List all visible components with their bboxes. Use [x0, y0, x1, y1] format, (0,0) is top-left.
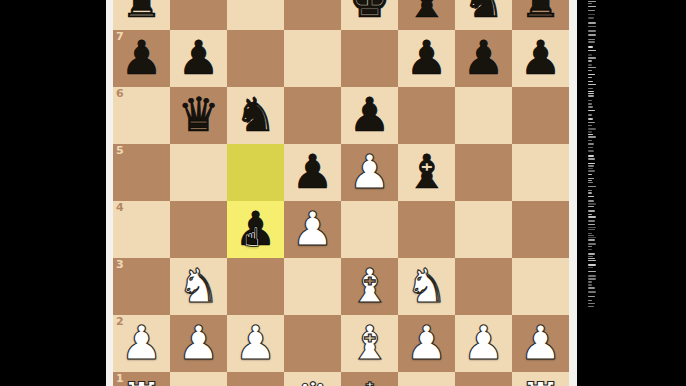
square-f5[interactable]: ♝ [398, 144, 455, 201]
strip-text-line [588, 57, 596, 59]
strip-text-line [588, 229, 595, 230]
black-pawn-g7: ♟ [455, 30, 512, 87]
black-rook-h8: ♜ [512, 0, 569, 30]
square-c7[interactable] [227, 30, 284, 87]
strip-text-line [588, 64, 592, 66]
square-g3[interactable] [455, 258, 512, 315]
strip-text-line [588, 200, 594, 202]
strip-text-line [588, 143, 594, 145]
square-h5[interactable] [512, 144, 569, 201]
square-h1[interactable]: ♜ [512, 372, 569, 386]
strip-text-line [588, 95, 594, 97]
black-bishop-f5: ♝ [398, 144, 455, 201]
strip-text-line [588, 6, 596, 7]
strip-text-line [588, 278, 596, 280]
strip-text-line [588, 54, 592, 56]
strip-text-line [588, 186, 596, 187]
strip-text-line [588, 275, 596, 277]
strip-text-line [588, 100, 592, 101]
white-knight-f3: ♞ [398, 258, 455, 315]
black-pawn-h7: ♟ [512, 30, 569, 87]
square-a2[interactable]: 2♟ [113, 315, 170, 372]
square-e2[interactable]: ♝ [341, 315, 398, 372]
square-b6[interactable]: ♛ [170, 87, 227, 144]
strip-text-line [588, 300, 592, 301]
white-pawn-g2: ♟ [455, 315, 512, 372]
square-f1[interactable] [398, 372, 455, 386]
strip-text-line [588, 239, 595, 241]
square-h7[interactable]: ♟ [512, 30, 569, 87]
strip-text-line [588, 306, 594, 307]
strip-text-line [588, 264, 596, 266]
strip-text-line [588, 210, 595, 212]
strip-text-line [588, 246, 592, 247]
strip-text-line [588, 118, 593, 120]
square-c2[interactable]: ♟ [227, 315, 284, 372]
rank-label-3: 3 [116, 259, 124, 271]
square-e8[interactable]: ♚ [341, 0, 398, 30]
strip-text-line [588, 22, 596, 24]
strip-text-line [588, 243, 596, 245]
strip-text-line [588, 17, 594, 19]
strip-text-line [588, 10, 595, 11]
black-pawn-c4: ♟ [227, 201, 284, 258]
strip-text-line [588, 256, 593, 257]
strip-text-line [588, 106, 593, 108]
square-a3[interactable]: 3 [113, 258, 170, 315]
square-a1[interactable]: 1♜ [113, 372, 170, 386]
strip-text-line [588, 296, 595, 297]
strip-text-line [588, 140, 592, 141]
strip-text-line [588, 214, 592, 215]
square-d1[interactable]: ♛ [284, 372, 341, 386]
strip-text-line [588, 60, 592, 62]
square-a5[interactable]: 5 [113, 144, 170, 201]
square-h3[interactable] [512, 258, 569, 315]
strip-text-line [588, 192, 592, 194]
square-b1[interactable] [170, 372, 227, 386]
square-d2[interactable] [284, 315, 341, 372]
strip-text-line [588, 114, 592, 116]
strip-text-line [588, 180, 592, 181]
rank-label-1: 1 [116, 373, 124, 385]
strip-text-line [588, 206, 594, 207]
strip-text-line [588, 122, 595, 123]
strip-text-line [588, 93, 594, 94]
strip-text-line [588, 50, 596, 51]
strip-text-line [588, 190, 592, 191]
strip-text-line [588, 260, 596, 261]
black-knight-g8: ♞ [455, 0, 512, 30]
square-a8[interactable]: 8♜ [113, 0, 170, 30]
rank-label-6: 6 [116, 88, 124, 100]
square-a6[interactable]: 6 [113, 87, 170, 144]
square-g6[interactable] [455, 87, 512, 144]
square-h6[interactable] [512, 87, 569, 144]
square-b2[interactable]: ♟ [170, 315, 227, 372]
square-g8[interactable]: ♞ [455, 0, 512, 30]
strip-text-line [588, 125, 592, 126]
square-a4[interactable]: 4 [113, 201, 170, 258]
white-pawn-b2: ♟ [170, 315, 227, 372]
black-queen-b6: ♛ [170, 87, 227, 144]
square-e5[interactable]: ♟ [341, 144, 398, 201]
strip-text-line [588, 77, 592, 78]
strip-text-line [588, 287, 595, 289]
strip-text-line [588, 235, 594, 236]
square-c1[interactable] [227, 372, 284, 386]
white-pawn-d4: ♟ [284, 201, 341, 258]
square-f4[interactable] [398, 201, 455, 258]
strip-text-line [588, 224, 595, 225]
square-b3[interactable]: ♞ [170, 258, 227, 315]
square-b4[interactable] [170, 201, 227, 258]
black-pawn-e6: ♟ [341, 87, 398, 144]
square-g2[interactable]: ♟ [455, 315, 512, 372]
white-pawn-e5: ♟ [341, 144, 398, 201]
square-d6[interactable] [284, 87, 341, 144]
square-e6[interactable]: ♟ [341, 87, 398, 144]
square-d5[interactable]: ♟ [284, 144, 341, 201]
square-c8[interactable] [227, 0, 284, 30]
strip-text-line [588, 70, 592, 71]
board-frame: 8♜♚♝♞♜7♟♟♟♟♟6♛♞♟5♟♟♝4♟♟3♞♝♞2♟♟♟♝♟♟♟1♜♛♚♜… [106, 0, 577, 386]
square-f8[interactable]: ♝ [398, 0, 455, 30]
strip-text-line [588, 34, 596, 36]
strip-text-line [588, 281, 592, 283]
strip-text-line [588, 91, 594, 92]
white-pawn-h2: ♟ [512, 315, 569, 372]
strip-text-line [588, 158, 595, 160]
strip-text-line [588, 170, 595, 172]
strip-text-line [588, 249, 592, 250]
rank-label-2: 2 [116, 316, 124, 328]
strip-text-line [588, 196, 594, 197]
strip-text-line [588, 39, 595, 40]
square-e1[interactable]: ♚ [341, 372, 398, 386]
square-c4[interactable]: ♟ [227, 201, 284, 258]
square-f2[interactable]: ♟ [398, 315, 455, 372]
strip-text-line [588, 227, 596, 228]
strip-text-line [588, 271, 596, 272]
strip-text-line [588, 147, 593, 148]
strip-text-line [588, 84, 596, 85]
white-king-e1: ♚ [341, 372, 398, 386]
white-pawn-f2: ♟ [398, 315, 455, 372]
square-g4[interactable] [455, 201, 512, 258]
square-d3[interactable] [284, 258, 341, 315]
square-h2[interactable]: ♟ [512, 315, 569, 372]
strip-text-line [588, 253, 595, 255]
rank-label-4: 4 [116, 202, 124, 214]
strip-text-line [588, 88, 593, 89]
white-knight-b3: ♞ [170, 258, 227, 315]
strip-text-line [588, 110, 595, 111]
square-f7[interactable]: ♟ [398, 30, 455, 87]
white-queen-d1: ♛ [284, 372, 341, 386]
strip-text-line [588, 303, 595, 304]
square-b7[interactable]: ♟ [170, 30, 227, 87]
strip-text-line [588, 203, 596, 205]
black-knight-c6: ♞ [227, 87, 284, 144]
strip-text-line [588, 163, 595, 164]
strip-text-line [588, 220, 595, 222]
square-f3[interactable]: ♞ [398, 258, 455, 315]
square-c3[interactable] [227, 258, 284, 315]
strip-text-line [588, 174, 592, 175]
strip-text-line [588, 284, 592, 286]
square-e7[interactable] [341, 30, 398, 87]
square-b5[interactable] [170, 144, 227, 201]
square-d4[interactable]: ♟ [284, 201, 341, 258]
strip-text-line [588, 3, 592, 4]
strip-text-line [588, 136, 596, 138]
black-pawn-f7: ♟ [398, 30, 455, 87]
strip-text-line [588, 178, 594, 179]
strip-text-line [588, 30, 596, 32]
square-d7[interactable] [284, 30, 341, 87]
square-h8[interactable]: ♜ [512, 0, 569, 30]
black-rook-a8: ♜ [113, 0, 170, 30]
strip-text-line [588, 150, 594, 152]
strip-text-line [588, 81, 593, 82]
square-g5[interactable] [455, 144, 512, 201]
rank-label-5: 5 [116, 145, 124, 157]
square-b8[interactable] [170, 0, 227, 30]
black-bishop-f8: ♝ [398, 0, 455, 30]
strip-text-line [588, 258, 595, 259]
strip-text-line [588, 46, 593, 48]
strip-text-line [588, 67, 596, 68]
strip-text-line [588, 134, 593, 135]
strip-text-line [588, 233, 592, 234]
rank-label-7: 7 [116, 31, 124, 43]
strip-text-line [588, 155, 594, 157]
chess-board: 8♜♚♝♞♜7♟♟♟♟♟6♛♞♟5♟♟♝4♟♟3♞♝♞2♟♟♟♝♟♟♟1♜♛♚♜… [113, 0, 569, 386]
strip-text-line [588, 103, 592, 105]
strip-text-line [588, 131, 592, 133]
black-pawn-b7: ♟ [170, 30, 227, 87]
strip-text-line [588, 41, 595, 43]
black-pawn-d5: ♟ [284, 144, 341, 201]
square-d8[interactable] [284, 0, 341, 30]
strip-text-line [588, 291, 596, 293]
strip-text-line [588, 168, 593, 169]
strip-text-line [588, 237, 596, 238]
strip-text-line [588, 128, 596, 130]
square-a7[interactable]: 7♟ [113, 30, 170, 87]
strip-text-line [588, 1, 596, 2]
white-rook-h1: ♜ [512, 372, 569, 386]
strip-text-line [588, 14, 595, 15]
square-e3[interactable]: ♝ [341, 258, 398, 315]
square-c6[interactable]: ♞ [227, 87, 284, 144]
strip-text-line [588, 165, 594, 167]
black-king-e8: ♚ [341, 0, 398, 30]
strip-text-line [588, 26, 596, 27]
square-e4[interactable] [341, 201, 398, 258]
square-h4[interactable] [512, 201, 569, 258]
strip-text-line [588, 216, 596, 218]
strip-text-line [588, 182, 593, 183]
video-frame: 8♜♚♝♞♜7♟♟♟♟♟6♛♞♟5♟♟♝4♟♟3♞♝♞2♟♟♟♝♟♟♟1♜♛♚♜… [0, 0, 686, 386]
square-c5[interactable] [227, 144, 284, 201]
square-g1[interactable] [455, 372, 512, 386]
strip-text-line [588, 74, 595, 75]
square-f6[interactable] [398, 87, 455, 144]
white-pawn-c2: ♟ [227, 315, 284, 372]
strip-text-line [588, 267, 593, 268]
white-bishop-e3: ♝ [341, 258, 398, 315]
move-list-strip [588, 0, 599, 386]
white-bishop-e2: ♝ [341, 315, 398, 372]
square-g7[interactable]: ♟ [455, 30, 512, 87]
